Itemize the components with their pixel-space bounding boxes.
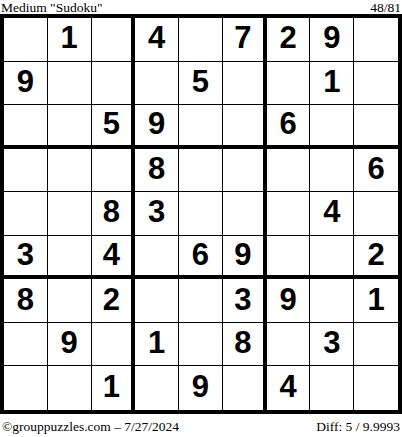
- cell-r7c2-empty[interactable]: [48, 279, 92, 323]
- cell-r9c3-given: 1: [92, 366, 136, 410]
- cell-r1c6-given: 7: [223, 18, 267, 62]
- cell-r3c7-given: 6: [267, 105, 311, 149]
- cell-r1c9-empty[interactable]: [354, 18, 398, 62]
- cell-r6c1-given: 3: [4, 236, 48, 280]
- cell-r3c8-empty[interactable]: [310, 105, 354, 149]
- cell-r6c6-given: 9: [223, 236, 267, 280]
- cell-r1c3-empty[interactable]: [92, 18, 136, 62]
- cell-r9c8-empty[interactable]: [310, 366, 354, 410]
- cell-r2c2-empty[interactable]: [48, 62, 92, 106]
- cell-r1c8-given: 9: [310, 18, 354, 62]
- cell-r5c9-empty[interactable]: [354, 192, 398, 236]
- cell-r9c4-empty[interactable]: [135, 366, 179, 410]
- cell-r4c4-given: 8: [135, 149, 179, 193]
- cell-r8c9-empty[interactable]: [354, 323, 398, 367]
- footer: ©grouppuzzles.com – 7/27/2024 Diff: 5 / …: [0, 414, 402, 437]
- cell-r7c9-given: 1: [354, 279, 398, 323]
- cell-r4c6-empty[interactable]: [223, 149, 267, 193]
- cell-r9c1-empty[interactable]: [4, 366, 48, 410]
- cell-r3c2-empty[interactable]: [48, 105, 92, 149]
- cell-r3c1-empty[interactable]: [4, 105, 48, 149]
- cell-r9c7-given: 4: [267, 366, 311, 410]
- cell-r9c9-empty[interactable]: [354, 366, 398, 410]
- sudoku-page: Medium "Sudoku" 48/81 147299515968683434…: [0, 0, 402, 437]
- cell-r5c4-given: 3: [135, 192, 179, 236]
- cell-r7c1-given: 8: [4, 279, 48, 323]
- cell-r3c6-empty[interactable]: [223, 105, 267, 149]
- cell-r4c7-empty[interactable]: [267, 149, 311, 193]
- cell-r1c4-given: 4: [135, 18, 179, 62]
- puzzle-title: Medium "Sudoku": [1, 1, 102, 14]
- difficulty-label: Diff: 5 / 9.9993: [316, 419, 400, 435]
- cell-r3c9-empty[interactable]: [354, 105, 398, 149]
- cell-r1c7-given: 2: [267, 18, 311, 62]
- cell-r2c5-given: 5: [179, 62, 223, 106]
- cell-r5c8-given: 4: [310, 192, 354, 236]
- cell-r3c4-given: 9: [135, 105, 179, 149]
- cell-r7c5-empty[interactable]: [179, 279, 223, 323]
- cell-r9c2-empty[interactable]: [48, 366, 92, 410]
- cell-r3c5-empty[interactable]: [179, 105, 223, 149]
- cell-r5c2-empty[interactable]: [48, 192, 92, 236]
- cell-r2c3-empty[interactable]: [92, 62, 136, 106]
- cell-r8c4-given: 1: [135, 323, 179, 367]
- cell-r4c8-empty[interactable]: [310, 149, 354, 193]
- cell-r7c7-given: 9: [267, 279, 311, 323]
- cell-r6c4-empty[interactable]: [135, 236, 179, 280]
- cell-r5c5-empty[interactable]: [179, 192, 223, 236]
- cell-r7c3-given: 2: [92, 279, 136, 323]
- cell-r4c5-empty[interactable]: [179, 149, 223, 193]
- cell-r1c1-empty[interactable]: [4, 18, 48, 62]
- cell-r5c7-empty[interactable]: [267, 192, 311, 236]
- cell-r7c4-empty[interactable]: [135, 279, 179, 323]
- copyright-source: ©grouppuzzles.com – 7/27/2024: [2, 419, 179, 435]
- sudoku-board: 147299515968683434692823919183194: [0, 14, 402, 414]
- cell-r8c1-empty[interactable]: [4, 323, 48, 367]
- cell-r8c5-empty[interactable]: [179, 323, 223, 367]
- cell-r6c2-empty[interactable]: [48, 236, 92, 280]
- cell-r2c4-empty[interactable]: [135, 62, 179, 106]
- cell-r3c3-given: 5: [92, 105, 136, 149]
- cell-r4c1-empty[interactable]: [4, 149, 48, 193]
- cell-r4c3-empty[interactable]: [92, 149, 136, 193]
- cell-r8c3-empty[interactable]: [92, 323, 136, 367]
- header: Medium "Sudoku" 48/81: [0, 0, 402, 14]
- cell-r7c8-empty[interactable]: [310, 279, 354, 323]
- cell-r8c6-given: 8: [223, 323, 267, 367]
- cell-r4c2-empty[interactable]: [48, 149, 92, 193]
- cell-r4c9-given: 6: [354, 149, 398, 193]
- cell-r1c2-given: 1: [48, 18, 92, 62]
- cell-r8c7-empty[interactable]: [267, 323, 311, 367]
- cell-r9c6-empty[interactable]: [223, 366, 267, 410]
- cell-r7c6-given: 3: [223, 279, 267, 323]
- cell-r9c5-given: 9: [179, 366, 223, 410]
- cell-r5c3-given: 8: [92, 192, 136, 236]
- cell-r6c8-empty[interactable]: [310, 236, 354, 280]
- cell-r2c9-empty[interactable]: [354, 62, 398, 106]
- cell-r8c8-given: 3: [310, 323, 354, 367]
- remaining-count: 48/81: [370, 1, 401, 14]
- cell-r2c6-empty[interactable]: [223, 62, 267, 106]
- cell-r5c6-empty[interactable]: [223, 192, 267, 236]
- cell-r8c2-given: 9: [48, 323, 92, 367]
- cell-r2c8-given: 1: [310, 62, 354, 106]
- cell-r1c5-empty[interactable]: [179, 18, 223, 62]
- cell-r5c1-empty[interactable]: [4, 192, 48, 236]
- cell-r6c7-empty[interactable]: [267, 236, 311, 280]
- cell-r2c1-given: 9: [4, 62, 48, 106]
- cell-r6c9-given: 2: [354, 236, 398, 280]
- cell-r6c5-given: 6: [179, 236, 223, 280]
- cell-r2c7-empty[interactable]: [267, 62, 311, 106]
- cell-r6c3-given: 4: [92, 236, 136, 280]
